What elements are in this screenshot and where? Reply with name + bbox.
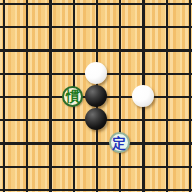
board-intersections: 慣定 — [0, 0, 192, 192]
black-stone-E4 — [85, 108, 107, 130]
move-option-marker-D5[interactable]: 慣 — [62, 86, 83, 107]
black-stone-E5 — [85, 85, 107, 107]
white-stone-E6 — [85, 62, 107, 84]
go-board[interactable]: 慣定 — [0, 0, 192, 192]
white-stone-G5 — [132, 85, 154, 107]
move-option-marker-F3[interactable]: 定 — [109, 132, 130, 153]
